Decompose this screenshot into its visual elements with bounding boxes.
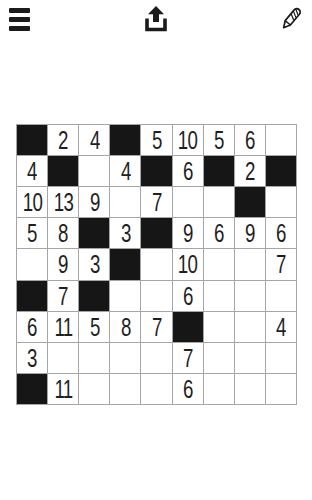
app-screen: 2 4 5 10 5 6 4 4 6 2 10 13 9 7 5 8 3 9 6…	[0, 0, 312, 500]
cell-r9c6[interactable]: 6	[173, 374, 203, 404]
cell-r7c9[interactable]: 4	[266, 312, 296, 342]
cell-r6c1[interactable]	[17, 281, 47, 311]
cell-r3c5[interactable]: 7	[141, 187, 171, 217]
cell-r2c7[interactable]	[204, 156, 234, 186]
cell-r9c1[interactable]	[17, 374, 47, 404]
cell-r4c1[interactable]: 5	[17, 218, 47, 248]
cell-r4c7[interactable]: 6	[204, 218, 234, 248]
cell-r1c8[interactable]: 6	[235, 125, 265, 155]
cell-r5c6[interactable]: 10	[173, 249, 203, 279]
share-button[interactable]	[139, 0, 173, 38]
menu-button[interactable]	[2, 0, 36, 38]
cell-r1c1[interactable]	[17, 125, 47, 155]
cell-r3c3[interactable]: 9	[79, 187, 109, 217]
cell-r7c3[interactable]: 5	[79, 312, 109, 342]
cell-r9c2[interactable]: 11	[48, 374, 78, 404]
cell-r5c5[interactable]	[141, 249, 171, 279]
toolbar	[0, 0, 312, 40]
cell-r7c1[interactable]: 6	[17, 312, 47, 342]
cell-r8c4[interactable]	[110, 343, 140, 373]
pencil-icon	[279, 4, 303, 34]
cell-r3c8[interactable]	[235, 187, 265, 217]
cell-r5c2[interactable]: 9	[48, 249, 78, 279]
cell-r5c1[interactable]	[17, 249, 47, 279]
cell-r7c8[interactable]	[235, 312, 265, 342]
cell-r8c3[interactable]	[79, 343, 109, 373]
cell-r4c8[interactable]: 9	[235, 218, 265, 248]
cell-r7c4[interactable]: 8	[110, 312, 140, 342]
cell-r5c3[interactable]: 3	[79, 249, 109, 279]
cell-r8c8[interactable]	[235, 343, 265, 373]
cell-r4c4[interactable]: 3	[110, 218, 140, 248]
cell-r3c6[interactable]	[173, 187, 203, 217]
cell-r9c9[interactable]	[266, 374, 296, 404]
edit-button[interactable]	[274, 0, 308, 38]
cell-r7c7[interactable]	[204, 312, 234, 342]
cell-r6c2[interactable]: 7	[48, 281, 78, 311]
cell-r8c2[interactable]	[48, 343, 78, 373]
cell-r3c7[interactable]	[204, 187, 234, 217]
cell-r5c8[interactable]	[235, 249, 265, 279]
cell-r5c9[interactable]: 7	[266, 249, 296, 279]
cell-r3c2[interactable]: 13	[48, 187, 78, 217]
cell-r6c4[interactable]	[110, 281, 140, 311]
cell-r2c2[interactable]	[48, 156, 78, 186]
cell-r2c1[interactable]: 4	[17, 156, 47, 186]
cell-r4c6[interactable]: 9	[173, 218, 203, 248]
cell-r2c9[interactable]	[266, 156, 296, 186]
cell-r1c9[interactable]	[266, 125, 296, 155]
cell-r6c6[interactable]: 6	[173, 281, 203, 311]
puzzle-board: 2 4 5 10 5 6 4 4 6 2 10 13 9 7 5 8 3 9 6…	[16, 124, 297, 405]
cell-r4c9[interactable]: 6	[266, 218, 296, 248]
cell-r7c5[interactable]: 7	[141, 312, 171, 342]
cell-r4c2[interactable]: 8	[48, 218, 78, 248]
cell-r9c8[interactable]	[235, 374, 265, 404]
cell-r4c3[interactable]	[79, 218, 109, 248]
cell-r6c3[interactable]	[79, 281, 109, 311]
cell-r2c3[interactable]	[79, 156, 109, 186]
cell-r8c6[interactable]: 7	[173, 343, 203, 373]
cell-r6c5[interactable]	[141, 281, 171, 311]
share-upload-icon	[143, 5, 169, 33]
cell-r2c8[interactable]: 2	[235, 156, 265, 186]
cell-r3c9[interactable]	[266, 187, 296, 217]
cell-r5c7[interactable]	[204, 249, 234, 279]
cell-r6c9[interactable]	[266, 281, 296, 311]
cell-r3c1[interactable]: 10	[17, 187, 47, 217]
cell-r8c5[interactable]	[141, 343, 171, 373]
cell-r9c3[interactable]	[79, 374, 109, 404]
cell-r9c5[interactable]	[141, 374, 171, 404]
cell-r1c5[interactable]: 5	[141, 125, 171, 155]
cell-r9c7[interactable]	[204, 374, 234, 404]
cell-r8c1[interactable]: 3	[17, 343, 47, 373]
cell-r3c4[interactable]	[110, 187, 140, 217]
cell-r2c5[interactable]	[141, 156, 171, 186]
cell-r8c7[interactable]	[204, 343, 234, 373]
cell-r1c7[interactable]: 5	[204, 125, 234, 155]
cell-r9c4[interactable]	[110, 374, 140, 404]
cell-r1c3[interactable]: 4	[79, 125, 109, 155]
cell-r4c5[interactable]	[141, 218, 171, 248]
cell-r1c6[interactable]: 10	[173, 125, 203, 155]
cell-r1c2[interactable]: 2	[48, 125, 78, 155]
cell-r7c6[interactable]	[173, 312, 203, 342]
cell-r6c8[interactable]	[235, 281, 265, 311]
cell-r6c7[interactable]	[204, 281, 234, 311]
cell-r2c6[interactable]: 6	[173, 156, 203, 186]
cell-r8c9[interactable]	[266, 343, 296, 373]
cell-r7c2[interactable]: 11	[48, 312, 78, 342]
cell-r1c4[interactable]	[110, 125, 140, 155]
cell-r2c4[interactable]: 4	[110, 156, 140, 186]
cell-r5c4[interactable]	[110, 249, 140, 279]
menu-icon	[9, 8, 30, 31]
